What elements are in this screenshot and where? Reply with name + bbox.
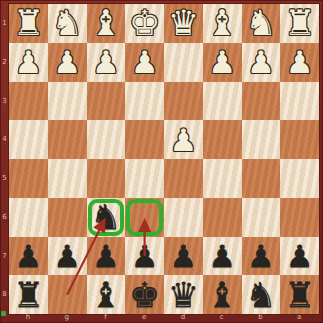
file-label-g: g xyxy=(48,313,86,323)
square-b7[interactable]: ♟ xyxy=(242,237,281,276)
square-g6[interactable] xyxy=(48,198,87,237)
file-label-e: e xyxy=(125,313,163,323)
black-rook[interactable]: ♜ xyxy=(280,275,319,314)
square-c1[interactable]: ♝ xyxy=(203,4,242,43)
white-pawn[interactable]: ♟ xyxy=(242,43,281,82)
square-f4[interactable] xyxy=(87,120,126,159)
square-f1[interactable]: ♝ xyxy=(87,4,126,43)
black-pawn[interactable]: ♟ xyxy=(125,237,164,276)
square-g7[interactable]: ♟ xyxy=(48,237,87,276)
rank-label-6: 6 xyxy=(0,198,9,236)
square-e2[interactable]: ♟ xyxy=(125,43,164,82)
square-g4[interactable] xyxy=(48,120,87,159)
black-pawn[interactable]: ♟ xyxy=(87,237,126,276)
square-g8[interactable] xyxy=(48,275,87,314)
black-knight[interactable]: ♞ xyxy=(87,198,126,237)
square-f7[interactable]: ♟ xyxy=(87,237,126,276)
square-g1[interactable]: ♞ xyxy=(48,4,87,43)
square-f8[interactable]: ♝ xyxy=(87,275,126,314)
black-bishop[interactable]: ♝ xyxy=(87,275,126,314)
square-a6[interactable] xyxy=(280,198,319,237)
square-b5[interactable] xyxy=(242,159,281,198)
white-bishop[interactable]: ♝ xyxy=(203,4,242,43)
square-d4[interactable]: ♟ xyxy=(164,120,203,159)
black-pawn[interactable]: ♟ xyxy=(203,237,242,276)
rank-label-4: 4 xyxy=(0,120,9,158)
rank-label-1: 1 xyxy=(0,4,9,42)
square-h4[interactable] xyxy=(9,120,48,159)
square-f2[interactable]: ♟ xyxy=(87,43,126,82)
white-queen[interactable]: ♛ xyxy=(164,4,203,43)
square-a5[interactable] xyxy=(280,159,319,198)
white-rook[interactable]: ♜ xyxy=(9,4,48,43)
square-a4[interactable] xyxy=(280,120,319,159)
white-knight[interactable]: ♞ xyxy=(48,4,87,43)
square-h8[interactable]: ♜ xyxy=(9,275,48,314)
file-label-d: d xyxy=(164,313,202,323)
square-b4[interactable] xyxy=(242,120,281,159)
white-pawn[interactable]: ♟ xyxy=(48,43,87,82)
square-e5[interactable] xyxy=(125,159,164,198)
square-h5[interactable] xyxy=(9,159,48,198)
square-d2[interactable] xyxy=(164,43,203,82)
square-b2[interactable]: ♟ xyxy=(242,43,281,82)
square-b3[interactable] xyxy=(242,82,281,121)
highlight-e6 xyxy=(126,199,163,236)
square-e7[interactable]: ♟ xyxy=(125,237,164,276)
white-king[interactable]: ♚ xyxy=(125,4,164,43)
square-a3[interactable] xyxy=(280,82,319,121)
square-h2[interactable]: ♟ xyxy=(9,43,48,82)
file-label-h: h xyxy=(9,313,47,323)
white-pawn[interactable]: ♟ xyxy=(9,43,48,82)
rank-label-3: 3 xyxy=(0,82,9,120)
square-a8[interactable]: ♜ xyxy=(280,275,319,314)
square-f6[interactable]: ♞ xyxy=(87,198,126,237)
white-pawn[interactable]: ♟ xyxy=(164,120,203,159)
square-f5[interactable] xyxy=(87,159,126,198)
square-e4[interactable] xyxy=(125,120,164,159)
square-d6[interactable] xyxy=(164,198,203,237)
square-c4[interactable] xyxy=(203,120,242,159)
file-label-a: a xyxy=(280,313,318,323)
white-pawn[interactable]: ♟ xyxy=(125,43,164,82)
square-e3[interactable] xyxy=(125,82,164,121)
black-pawn[interactable]: ♟ xyxy=(242,237,281,276)
square-a2[interactable]: ♟ xyxy=(280,43,319,82)
white-pawn[interactable]: ♟ xyxy=(87,43,126,82)
black-rook[interactable]: ♜ xyxy=(9,275,48,314)
square-d8[interactable]: ♛ xyxy=(164,275,203,314)
white-rook[interactable]: ♜ xyxy=(280,4,319,43)
square-d5[interactable] xyxy=(164,159,203,198)
square-b1[interactable]: ♞ xyxy=(242,4,281,43)
chess-board: ♜♞♝♚♛♝♞♜♟♟♟♟♟♟♟♟♞♟♟♟♟♟♟♟♟♜♝♚♛♝♞♜ xyxy=(9,4,319,314)
square-b8[interactable]: ♞ xyxy=(242,275,281,314)
square-d3[interactable] xyxy=(164,82,203,121)
black-pawn[interactable]: ♟ xyxy=(280,237,319,276)
square-e1[interactable]: ♚ xyxy=(125,4,164,43)
white-pawn[interactable]: ♟ xyxy=(280,43,319,82)
black-pawn[interactable]: ♟ xyxy=(164,237,203,276)
black-bishop[interactable]: ♝ xyxy=(203,275,242,314)
black-pawn[interactable]: ♟ xyxy=(9,237,48,276)
chess-board-frame: ♜♞♝♚♛♝♞♜♟♟♟♟♟♟♟♟♞♟♟♟♟♟♟♟♟♜♝♚♛♝♞♜ 1234567… xyxy=(0,0,323,323)
file-label-f: f xyxy=(87,313,125,323)
square-c3[interactable] xyxy=(203,82,242,121)
square-g2[interactable]: ♟ xyxy=(48,43,87,82)
black-pawn[interactable]: ♟ xyxy=(48,237,87,276)
file-label-c: c xyxy=(203,313,241,323)
square-c8[interactable]: ♝ xyxy=(203,275,242,314)
black-king[interactable]: ♚ xyxy=(125,275,164,314)
square-b6[interactable] xyxy=(242,198,281,237)
square-h1[interactable]: ♜ xyxy=(9,4,48,43)
square-a7[interactable]: ♟ xyxy=(280,237,319,276)
square-h3[interactable] xyxy=(9,82,48,121)
black-knight[interactable]: ♞ xyxy=(242,275,281,314)
square-e6[interactable] xyxy=(125,198,164,237)
square-d7[interactable]: ♟ xyxy=(164,237,203,276)
rank-label-5: 5 xyxy=(0,159,9,197)
square-a1[interactable]: ♜ xyxy=(280,4,319,43)
square-d1[interactable]: ♛ xyxy=(164,4,203,43)
file-label-b: b xyxy=(242,313,280,323)
square-h7[interactable]: ♟ xyxy=(9,237,48,276)
rank-label-8: 8 xyxy=(0,275,9,313)
square-c6[interactable] xyxy=(203,198,242,237)
rank-label-7: 7 xyxy=(0,237,9,275)
white-bishop[interactable]: ♝ xyxy=(87,4,126,43)
square-g5[interactable] xyxy=(48,159,87,198)
white-knight[interactable]: ♞ xyxy=(242,4,281,43)
square-f3[interactable] xyxy=(87,82,126,121)
turn-indicator-dot xyxy=(1,311,6,316)
square-c7[interactable]: ♟ xyxy=(203,237,242,276)
square-g3[interactable] xyxy=(48,82,87,121)
square-e8[interactable]: ♚ xyxy=(125,275,164,314)
square-c2[interactable]: ♟ xyxy=(203,43,242,82)
rank-label-2: 2 xyxy=(0,43,9,81)
square-c5[interactable] xyxy=(203,159,242,198)
square-h6[interactable] xyxy=(9,198,48,237)
white-pawn[interactable]: ♟ xyxy=(203,43,242,82)
black-queen[interactable]: ♛ xyxy=(164,275,203,314)
